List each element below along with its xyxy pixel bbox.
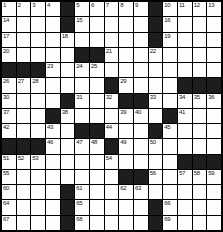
cell-r10c7[interactable]: 48 xyxy=(90,139,104,153)
clue-number: 67 xyxy=(3,216,9,223)
cell-r10c14[interactable] xyxy=(193,139,207,153)
clue-number: 52 xyxy=(18,155,24,162)
cell-r2c7[interactable] xyxy=(90,17,104,31)
clue-number: 68 xyxy=(76,216,82,223)
cell-r15c7[interactable] xyxy=(90,216,104,230)
cell-r10c12[interactable] xyxy=(163,139,177,153)
clue-number: 38 xyxy=(62,109,68,116)
black-cell-r7c5 xyxy=(61,94,75,108)
clue-number: 1 xyxy=(3,2,6,9)
clue-number: 57 xyxy=(179,170,185,177)
clue-number: 54 xyxy=(106,155,112,162)
black-cell-r11c14 xyxy=(193,155,207,169)
clue-number: 7 xyxy=(106,2,109,9)
black-cell-r5c1 xyxy=(2,63,16,77)
clue-number: 55 xyxy=(3,170,9,177)
cell-r8c11[interactable] xyxy=(149,109,163,123)
cell-r13c7[interactable] xyxy=(90,185,104,199)
cell-r1c14[interactable]: 12 xyxy=(193,2,207,16)
cell-r4c8[interactable]: 21 xyxy=(105,48,119,62)
clue-number: 27 xyxy=(18,78,24,85)
cell-r14c9[interactable] xyxy=(119,200,133,214)
cell-r13c2[interactable] xyxy=(17,185,31,199)
cell-r12c15[interactable]: 59 xyxy=(207,170,221,184)
clue-number: 6 xyxy=(91,2,94,9)
clue-number: 2 xyxy=(18,2,21,9)
cell-r2c12[interactable]: 16 xyxy=(163,17,177,31)
cell-r2c13[interactable] xyxy=(178,17,192,31)
clue-number: 43 xyxy=(47,124,53,131)
cell-r1c12[interactable]: 10 xyxy=(163,2,177,16)
crossword-board: 1234567891011121314151617181920212223242… xyxy=(0,0,223,232)
cell-r1c13[interactable]: 11 xyxy=(178,2,192,16)
cell-r15c12[interactable]: 69 xyxy=(163,216,177,230)
black-cell-r11c15 xyxy=(207,155,221,169)
clue-number: 65 xyxy=(76,200,82,207)
cell-r15c9[interactable] xyxy=(119,216,133,230)
cell-r9c1[interactable]: 42 xyxy=(2,124,16,138)
cell-r4c15[interactable] xyxy=(207,48,221,62)
cell-r4c13[interactable] xyxy=(178,48,192,62)
cell-r12c4[interactable] xyxy=(46,170,60,184)
black-cell-r9c7 xyxy=(90,124,104,138)
black-cell-r14c5 xyxy=(61,200,75,214)
clue-number: 31 xyxy=(76,94,82,101)
clue-number: 36 xyxy=(208,94,214,101)
black-cell-r12c9 xyxy=(119,170,133,184)
cell-r13c13[interactable] xyxy=(178,185,192,199)
black-cell-r10c3 xyxy=(31,139,45,153)
cell-r9c4[interactable]: 43 xyxy=(46,124,60,138)
cell-r2c15[interactable] xyxy=(207,17,221,31)
cell-r11c3[interactable]: 53 xyxy=(31,155,45,169)
clue-number: 48 xyxy=(91,139,97,146)
cell-r12c1[interactable]: 55 xyxy=(2,170,16,184)
clue-number: 8 xyxy=(120,2,123,9)
black-cell-r7c9 xyxy=(119,94,133,108)
clue-number: 15 xyxy=(76,17,82,24)
cell-r2c8[interactable] xyxy=(105,17,119,31)
cell-r6c2[interactable]: 27 xyxy=(17,78,31,92)
cell-r5c15[interactable] xyxy=(207,63,221,77)
cell-r9c8[interactable]: 44 xyxy=(105,124,119,138)
cell-r5c10[interactable] xyxy=(134,63,148,77)
black-cell-r8c12 xyxy=(163,109,177,123)
cell-r10c4[interactable]: 46 xyxy=(46,139,60,153)
clue-number: 37 xyxy=(3,109,9,116)
clue-number: 26 xyxy=(3,78,9,85)
cell-r7c8[interactable]: 32 xyxy=(105,94,119,108)
black-cell-r14c11 xyxy=(149,200,163,214)
clue-number: 25 xyxy=(91,63,97,70)
cell-r14c10[interactable] xyxy=(134,200,148,214)
cell-r14c14[interactable] xyxy=(193,200,207,214)
cell-r8c8[interactable] xyxy=(105,109,119,123)
cell-r8c7[interactable] xyxy=(90,109,104,123)
cell-r11c1[interactable]: 51 xyxy=(2,155,16,169)
cell-r13c1[interactable]: 60 xyxy=(2,185,16,199)
black-cell-r13c5 xyxy=(61,185,75,199)
black-cell-r9c11 xyxy=(149,124,163,138)
cell-r15c13[interactable] xyxy=(178,216,192,230)
cell-r13c9[interactable]: 62 xyxy=(119,185,133,199)
cell-r13c3[interactable] xyxy=(31,185,45,199)
cell-r8c5[interactable]: 38 xyxy=(61,109,75,123)
cell-r13c8[interactable] xyxy=(105,185,119,199)
cell-r3c12[interactable]: 19 xyxy=(163,33,177,47)
cell-r11c11[interactable] xyxy=(149,155,163,169)
cell-r3c7[interactable] xyxy=(90,33,104,47)
cell-r6c9[interactable]: 29 xyxy=(119,78,133,92)
cell-r14c12[interactable]: 66 xyxy=(163,200,177,214)
clue-number: 24 xyxy=(76,63,82,70)
cell-r8c10[interactable]: 40 xyxy=(134,109,148,123)
cell-r6c10[interactable] xyxy=(134,78,148,92)
cell-r9c3[interactable] xyxy=(31,124,45,138)
cell-r8c14[interactable] xyxy=(193,109,207,123)
cell-r7c2[interactable] xyxy=(17,94,31,108)
cell-r2c10[interactable] xyxy=(134,17,148,31)
clue-number: 49 xyxy=(120,139,126,146)
cell-r9c5[interactable] xyxy=(61,124,75,138)
black-cell-r6c13 xyxy=(178,78,192,92)
clue-number: 66 xyxy=(164,200,170,207)
cell-r8c15[interactable] xyxy=(207,109,221,123)
black-cell-r4c6 xyxy=(75,48,89,62)
black-cell-r1c11 xyxy=(149,2,163,16)
cell-r6c1[interactable]: 26 xyxy=(2,78,16,92)
cell-r9c10[interactable] xyxy=(134,124,148,138)
cell-r7c6[interactable]: 31 xyxy=(75,94,89,108)
black-cell-r10c1 xyxy=(2,139,16,153)
cell-r15c10[interactable] xyxy=(134,216,148,230)
clue-number: 17 xyxy=(3,33,9,40)
clue-number: 42 xyxy=(3,124,9,131)
black-cell-r8c4 xyxy=(46,109,60,123)
black-cell-r11c13 xyxy=(178,155,192,169)
black-cell-r6c15 xyxy=(207,78,221,92)
clue-number: 62 xyxy=(120,185,126,192)
cell-r6c7[interactable] xyxy=(90,78,104,92)
cell-r3c6[interactable] xyxy=(75,33,89,47)
clue-number: 47 xyxy=(76,139,82,146)
clue-number: 21 xyxy=(106,48,112,55)
cell-r2c14[interactable] xyxy=(193,17,207,31)
cell-r12c2[interactable] xyxy=(17,170,31,184)
cell-r4c4[interactable] xyxy=(46,48,60,62)
cell-r14c1[interactable]: 64 xyxy=(2,200,16,214)
cell-r1c8[interactable]: 7 xyxy=(105,2,119,16)
cell-r14c2[interactable] xyxy=(17,200,31,214)
clue-number: 46 xyxy=(47,139,53,146)
cell-r6c3[interactable]: 28 xyxy=(31,78,45,92)
cell-r5c13[interactable] xyxy=(178,63,192,77)
cell-r8c13[interactable]: 41 xyxy=(178,109,192,123)
cell-r2c2[interactable] xyxy=(17,17,31,31)
cell-r5c11[interactable] xyxy=(149,63,163,77)
cell-r11c9[interactable] xyxy=(119,155,133,169)
black-cell-r9c6 xyxy=(75,124,89,138)
clue-number: 34 xyxy=(179,94,185,101)
clue-number: 22 xyxy=(150,48,156,55)
clue-number: 41 xyxy=(179,109,185,116)
cell-r5c4[interactable]: 23 xyxy=(46,63,60,77)
black-cell-r2c5 xyxy=(61,17,75,31)
clue-number: 29 xyxy=(120,78,126,85)
cell-r7c7[interactable] xyxy=(90,94,104,108)
cell-r6c12[interactable] xyxy=(163,78,177,92)
black-cell-r5c3 xyxy=(31,63,45,77)
clue-number: 35 xyxy=(194,94,200,101)
cell-r1c6[interactable]: 5 xyxy=(75,2,89,16)
cell-r15c15[interactable] xyxy=(207,216,221,230)
clue-number: 60 xyxy=(3,185,9,192)
clue-number: 44 xyxy=(106,124,112,131)
cell-r9c14[interactable] xyxy=(193,124,207,138)
cell-r12c11[interactable]: 56 xyxy=(149,170,163,184)
cell-r9c2[interactable] xyxy=(17,124,31,138)
cell-r4c9[interactable] xyxy=(119,48,133,62)
clue-number: 58 xyxy=(194,170,200,177)
black-cell-r7c10 xyxy=(134,94,148,108)
black-cell-r1c5 xyxy=(61,2,75,16)
cell-r12c3[interactable] xyxy=(31,170,45,184)
cell-r9c15[interactable] xyxy=(207,124,221,138)
cell-r5c8[interactable] xyxy=(105,63,119,77)
cell-r6c5[interactable] xyxy=(61,78,75,92)
cell-r10c9[interactable]: 49 xyxy=(119,139,133,153)
clue-number: 45 xyxy=(164,124,170,131)
cell-r1c4[interactable]: 4 xyxy=(46,2,60,16)
cell-r8c3[interactable] xyxy=(31,109,45,123)
clue-number: 39 xyxy=(120,109,126,116)
cell-r11c7[interactable] xyxy=(90,155,104,169)
cell-r5c7[interactable]: 25 xyxy=(90,63,104,77)
cell-r3c13[interactable] xyxy=(178,33,192,47)
clue-number: 3 xyxy=(32,2,35,9)
cell-r8c2[interactable] xyxy=(17,109,31,123)
cell-r10c10[interactable] xyxy=(134,139,148,153)
cell-r12c13[interactable]: 57 xyxy=(178,170,192,184)
cell-r7c13[interactable]: 34 xyxy=(178,94,192,108)
clue-number: 59 xyxy=(208,170,214,177)
cell-r15c4[interactable] xyxy=(46,216,60,230)
cell-r9c12[interactable]: 45 xyxy=(163,124,177,138)
cell-r5c6[interactable]: 24 xyxy=(75,63,89,77)
cell-r12c7[interactable] xyxy=(90,170,104,184)
cell-r14c4[interactable] xyxy=(46,200,60,214)
cell-r9c9[interactable] xyxy=(119,124,133,138)
cell-r13c4[interactable] xyxy=(46,185,60,199)
cell-r4c1[interactable]: 20 xyxy=(2,48,16,62)
cell-r10c11[interactable]: 50 xyxy=(149,139,163,153)
cell-r15c3[interactable] xyxy=(31,216,45,230)
cell-r3c3[interactable] xyxy=(31,33,45,47)
black-cell-r15c5 xyxy=(61,216,75,230)
cell-r1c7[interactable]: 6 xyxy=(90,2,104,16)
cell-r2c4[interactable] xyxy=(46,17,60,31)
cell-r2c6[interactable]: 15 xyxy=(75,17,89,31)
cell-r7c4[interactable] xyxy=(46,94,60,108)
black-cell-r12c10 xyxy=(134,170,148,184)
clue-number: 69 xyxy=(164,216,170,223)
clue-number: 50 xyxy=(150,139,156,146)
clue-number: 61 xyxy=(76,185,82,192)
cell-r15c2[interactable] xyxy=(17,216,31,230)
black-cell-r2c11 xyxy=(149,17,163,31)
cell-r5c14[interactable] xyxy=(193,63,207,77)
black-cell-r6c8 xyxy=(105,78,119,92)
black-cell-r4c7 xyxy=(90,48,104,62)
clue-number: 28 xyxy=(32,78,38,85)
cell-r4c2[interactable] xyxy=(17,48,31,62)
cell-r5c5[interactable] xyxy=(61,63,75,77)
cell-r11c4[interactable] xyxy=(46,155,60,169)
cell-r1c9[interactable]: 8 xyxy=(119,2,133,16)
black-cell-r10c8 xyxy=(105,139,119,153)
clue-number: 30 xyxy=(3,94,9,101)
cell-r15c6[interactable]: 68 xyxy=(75,216,89,230)
black-cell-r5c2 xyxy=(17,63,31,77)
cell-r11c6[interactable] xyxy=(75,155,89,169)
cell-r1c2[interactable]: 2 xyxy=(17,2,31,16)
clue-number: 51 xyxy=(3,155,9,162)
cell-r7c11[interactable]: 33 xyxy=(149,94,163,108)
cell-r14c3[interactable] xyxy=(31,200,45,214)
clue-number: 10 xyxy=(164,2,170,9)
cell-r1c10[interactable]: 9 xyxy=(134,2,148,16)
cell-r13c12[interactable] xyxy=(163,185,177,199)
clue-number: 40 xyxy=(135,109,141,116)
cell-r10c5[interactable] xyxy=(61,139,75,153)
cell-r3c1[interactable]: 17 xyxy=(2,33,16,47)
cell-r15c8[interactable] xyxy=(105,216,119,230)
cell-r3c5[interactable]: 18 xyxy=(61,33,75,47)
clue-number: 23 xyxy=(47,63,53,70)
cell-r2c9[interactable] xyxy=(119,17,133,31)
cell-r13c14[interactable] xyxy=(193,185,207,199)
cell-r11c12[interactable] xyxy=(163,155,177,169)
black-cell-r3c11 xyxy=(149,33,163,47)
clue-number: 12 xyxy=(194,2,200,9)
cell-r6c4[interactable] xyxy=(46,78,60,92)
cell-r6c11[interactable] xyxy=(149,78,163,92)
black-cell-r10c2 xyxy=(17,139,31,153)
cell-r1c1[interactable]: 1 xyxy=(2,2,16,16)
cell-r4c11[interactable]: 22 xyxy=(149,48,163,62)
cell-r14c15[interactable] xyxy=(207,200,221,214)
cell-r14c13[interactable] xyxy=(178,200,192,214)
cell-r12c6[interactable] xyxy=(75,170,89,184)
cell-r15c1[interactable]: 67 xyxy=(2,216,16,230)
cell-r2c1[interactable]: 14 xyxy=(2,17,16,31)
cell-r2c3[interactable] xyxy=(31,17,45,31)
black-cell-r15c11 xyxy=(149,216,163,230)
cell-r14c7[interactable] xyxy=(90,200,104,214)
cell-r6c6[interactable] xyxy=(75,78,89,92)
cell-r1c15[interactable]: 13 xyxy=(207,2,221,16)
clue-number: 14 xyxy=(3,17,9,24)
clue-number: 53 xyxy=(32,155,38,162)
clue-number: 56 xyxy=(150,170,156,177)
cell-r11c5[interactable] xyxy=(61,155,75,169)
clue-number: 18 xyxy=(62,33,68,40)
cell-r3c9[interactable] xyxy=(119,33,133,47)
cell-r5c9[interactable] xyxy=(119,63,133,77)
cell-r13c6[interactable]: 61 xyxy=(75,185,89,199)
cell-r7c12[interactable] xyxy=(163,94,177,108)
cell-r4c5[interactable] xyxy=(61,48,75,62)
cell-r14c6[interactable]: 65 xyxy=(75,200,89,214)
cell-r7c15[interactable]: 36 xyxy=(207,94,221,108)
cell-r12c12[interactable] xyxy=(163,170,177,184)
cell-r4c14[interactable] xyxy=(193,48,207,62)
cell-r5c12[interactable] xyxy=(163,63,177,77)
clue-number: 63 xyxy=(135,185,141,192)
cell-r11c8[interactable]: 54 xyxy=(105,155,119,169)
clue-number: 9 xyxy=(135,2,138,9)
cell-r8c1[interactable]: 37 xyxy=(2,109,16,123)
cell-r11c2[interactable]: 52 xyxy=(17,155,31,169)
clue-number: 13 xyxy=(208,2,214,9)
cell-r3c4[interactable] xyxy=(46,33,60,47)
cell-r4c12[interactable] xyxy=(163,48,177,62)
clue-number: 16 xyxy=(164,17,170,24)
clue-number: 4 xyxy=(47,2,50,9)
cell-r1c3[interactable]: 3 xyxy=(31,2,45,16)
cell-r4c10[interactable] xyxy=(134,48,148,62)
cell-r10c13[interactable] xyxy=(178,139,192,153)
clue-number: 20 xyxy=(3,48,9,55)
cell-r8c9[interactable]: 39 xyxy=(119,109,133,123)
cell-r12c8[interactable] xyxy=(105,170,119,184)
clue-number: 19 xyxy=(164,33,170,40)
cell-r8c6[interactable] xyxy=(75,109,89,123)
cell-r12c14[interactable]: 58 xyxy=(193,170,207,184)
cell-r11c10[interactable] xyxy=(134,155,148,169)
cell-r10c6[interactable]: 47 xyxy=(75,139,89,153)
cell-r10c15[interactable] xyxy=(207,139,221,153)
cell-r7c3[interactable] xyxy=(31,94,45,108)
cell-r14c8[interactable] xyxy=(105,200,119,214)
clue-number: 32 xyxy=(106,94,112,101)
cell-r3c2[interactable] xyxy=(17,33,31,47)
cell-r15c14[interactable] xyxy=(193,216,207,230)
cell-r13c11[interactable] xyxy=(149,185,163,199)
cell-r3c14[interactable] xyxy=(193,33,207,47)
cell-r13c15[interactable] xyxy=(207,185,221,199)
cell-r9c13[interactable] xyxy=(178,124,192,138)
cell-r12c5[interactable] xyxy=(61,170,75,184)
clue-number: 5 xyxy=(76,2,79,9)
clue-number: 64 xyxy=(3,200,9,207)
cell-r4c3[interactable] xyxy=(31,48,45,62)
cell-r13c10[interactable]: 63 xyxy=(134,185,148,199)
cell-r7c14[interactable]: 35 xyxy=(193,94,207,108)
cell-r3c10[interactable] xyxy=(134,33,148,47)
cell-r3c15[interactable] xyxy=(207,33,221,47)
clue-number: 33 xyxy=(150,94,156,101)
cell-r3c8[interactable] xyxy=(105,33,119,47)
black-cell-r6c14 xyxy=(193,78,207,92)
clue-number: 11 xyxy=(179,2,185,9)
cell-r7c1[interactable]: 30 xyxy=(2,94,16,108)
